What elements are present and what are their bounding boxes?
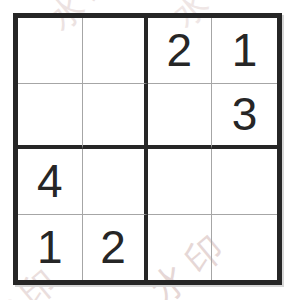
sudoku-cell-r2c2[interactable]: [83, 84, 148, 150]
sudoku-cell-r1c4[interactable]: 1: [212, 18, 277, 84]
sudoku-cell-r4c2[interactable]: 2: [83, 215, 148, 281]
sudoku-cell-r3c3[interactable]: [148, 149, 213, 215]
sudoku-cell-r1c3[interactable]: 2: [148, 18, 213, 84]
sudoku-cell-r1c1[interactable]: [18, 18, 83, 84]
sudoku-cell-r3c2[interactable]: [83, 149, 148, 215]
sudoku-cell-r4c1[interactable]: 1: [18, 215, 83, 281]
sudoku-cell-r3c4[interactable]: [212, 149, 277, 215]
sudoku-board: 2 1 3 4 1 2: [13, 13, 282, 285]
sudoku-page: 水印 水印 水印 水印 2 1 3 4 1 2: [0, 0, 294, 300]
sudoku-cell-r2c4[interactable]: 3: [212, 84, 277, 150]
sudoku-cell-r3c1[interactable]: 4: [18, 149, 83, 215]
sudoku-cell-r1c2[interactable]: [83, 18, 148, 84]
sudoku-cell-r4c4[interactable]: [212, 215, 277, 281]
sudoku-cell-r4c3[interactable]: [148, 215, 213, 281]
sudoku-cell-r2c3[interactable]: [148, 84, 213, 150]
sudoku-cell-r2c1[interactable]: [18, 84, 83, 150]
